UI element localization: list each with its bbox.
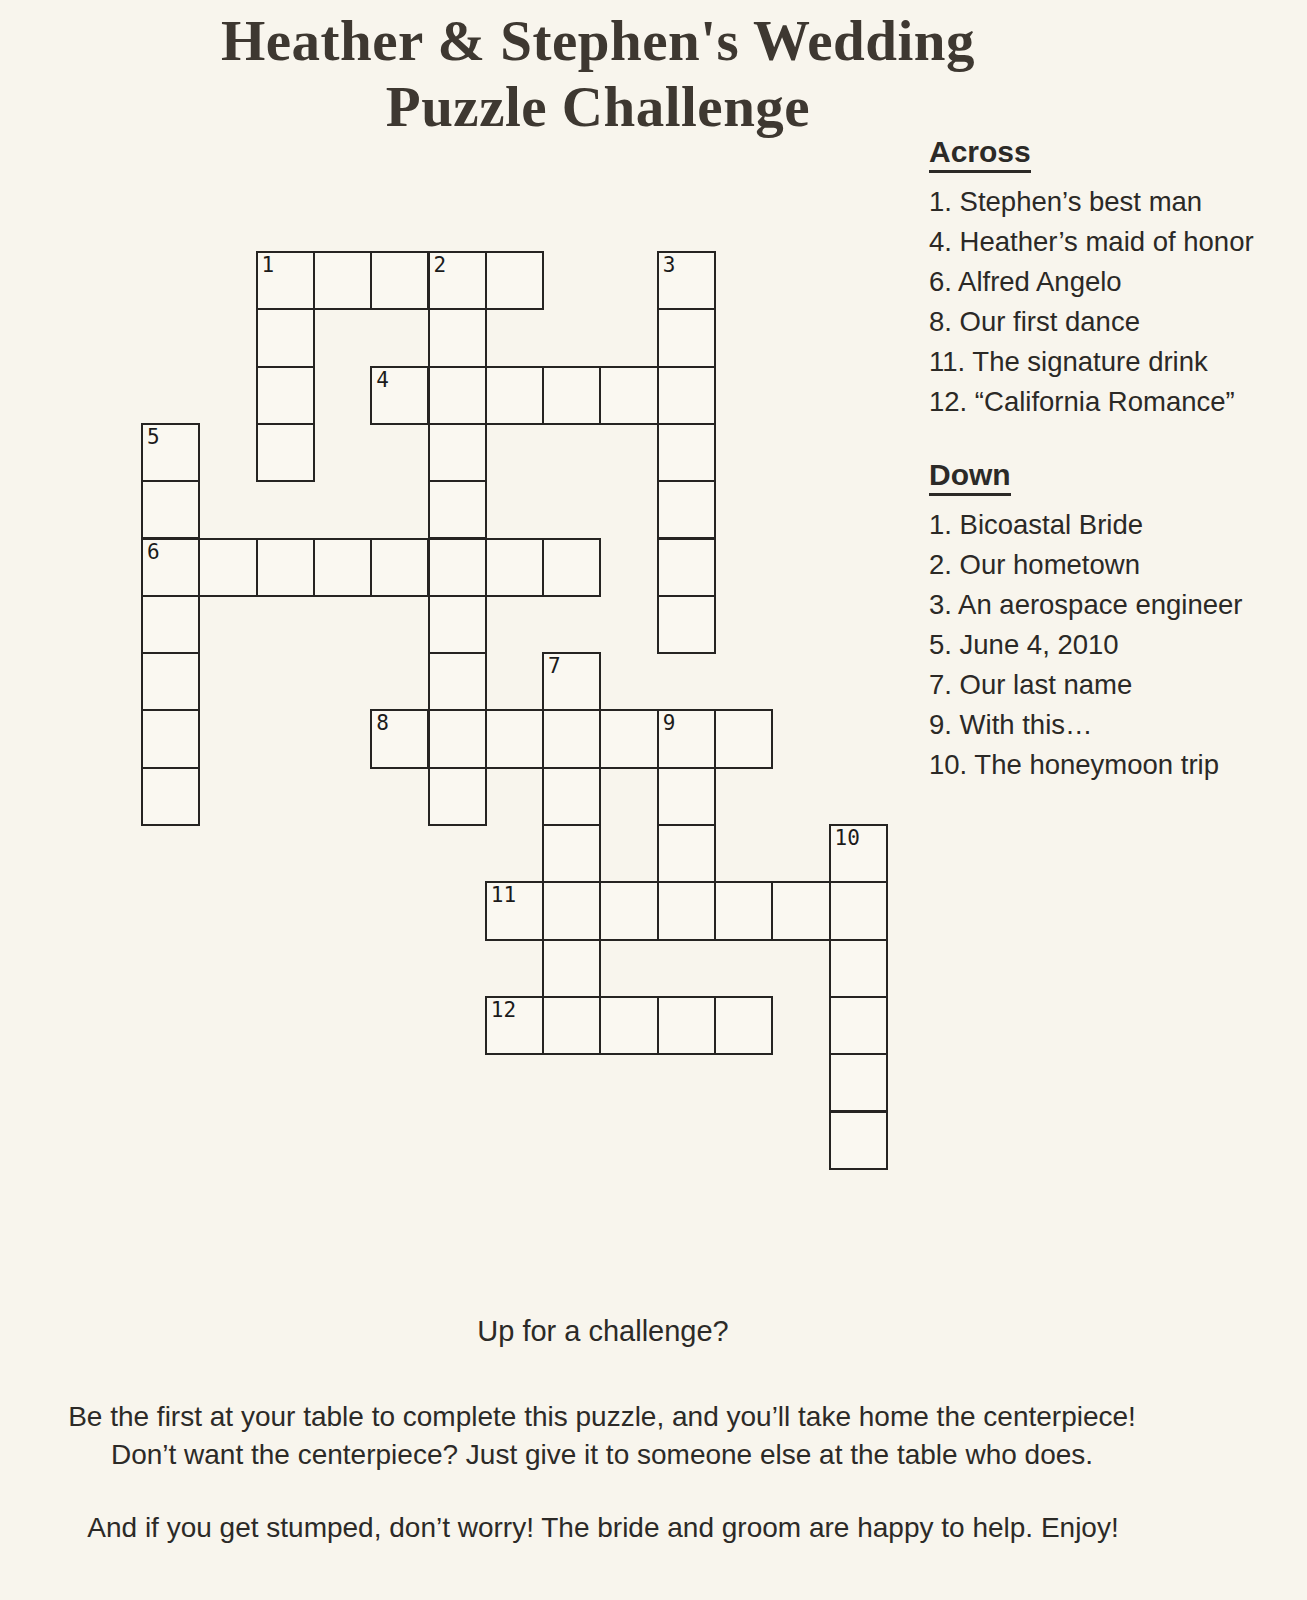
challenge-line: Up for a challenge? [0,1315,1206,1348]
grid-cell[interactable] [542,538,601,597]
grid-cell[interactable] [657,538,716,597]
grid-cell[interactable] [771,881,830,940]
grid-cell[interactable] [542,824,601,883]
grid-cell[interactable] [657,366,716,425]
grid-cell[interactable] [198,538,257,597]
footer-para1-line1: Be the first at your table to complete t… [0,1398,1204,1436]
grid-cell[interactable] [370,251,429,310]
grid-cell[interactable]: 7 [542,652,601,711]
cell-number: 7 [548,655,561,678]
grid-cell[interactable] [829,1053,888,1112]
cell-number: 4 [376,369,389,392]
grid-cell[interactable]: 5 [141,423,200,482]
cell-number: 6 [147,541,160,564]
grid-cell[interactable] [829,996,888,1055]
title-line-2: Puzzle Challenge [0,74,1196,140]
grid-cell[interactable] [141,480,200,539]
clue-item: 6. Alfred Angelo [929,262,1307,302]
down-clue-list: 1. Bicoastal Bride2. Our hometown3. An a… [929,505,1307,785]
grid-cell[interactable] [542,709,601,768]
grid-cell[interactable] [657,595,716,654]
grid-cell[interactable]: 3 [657,251,716,310]
cell-number: 8 [376,712,389,735]
across-clue-list: 1. Stephen’s best man4. Heather’s maid o… [929,182,1307,422]
grid-cell[interactable] [657,308,716,367]
cell-number: 2 [434,254,447,277]
grid-cell[interactable] [428,308,487,367]
clue-item: 2. Our hometown [929,545,1307,585]
grid-cell[interactable] [714,881,773,940]
clue-item: 1. Stephen’s best man [929,182,1307,222]
grid-cell[interactable] [485,709,544,768]
grid-cell[interactable]: 1 [256,251,315,310]
grid-cell[interactable] [428,423,487,482]
footer-para1-line2: Don’t want the centerpiece? Just give it… [0,1436,1204,1474]
grid-cell[interactable] [256,538,315,597]
grid-cell[interactable] [256,308,315,367]
page: { "game": "crossword", "title": { "line1… [0,0,1307,1600]
grid-cell[interactable] [714,996,773,1055]
grid-cell[interactable] [657,824,716,883]
grid-cell[interactable] [542,939,601,998]
grid-cell[interactable] [829,939,888,998]
grid-cell[interactable] [485,251,544,310]
grid-cell[interactable]: 4 [370,366,429,425]
grid-cell[interactable] [599,366,658,425]
grid-cell[interactable] [428,709,487,768]
grid-cell[interactable] [657,480,716,539]
grid-cell[interactable] [428,595,487,654]
grid-cell[interactable] [141,595,200,654]
grid-cell[interactable] [714,709,773,768]
grid-cell[interactable] [657,767,716,826]
grid-cell[interactable] [428,366,487,425]
grid-cell[interactable] [428,538,487,597]
down-heading: Down [929,458,1011,496]
cell-number: 3 [663,254,676,277]
grid-cell[interactable]: 9 [657,709,716,768]
cell-number: 10 [835,827,860,850]
cell-number: 1 [262,254,275,277]
cell-number: 9 [663,712,676,735]
grid-cell[interactable] [141,709,200,768]
page-title: Heather & Stephen's Wedding Puzzle Chall… [0,8,1196,140]
grid-cell[interactable]: 12 [485,996,544,1055]
footer-paragraph-2: And if you get stumped, don’t worry! The… [0,1512,1206,1544]
grid-cell[interactable]: 10 [829,824,888,883]
grid-cell[interactable] [542,767,601,826]
grid-cell[interactable]: 2 [428,251,487,310]
grid-cell[interactable] [599,709,658,768]
down-clues-panel: Down 1. Bicoastal Bride2. Our hometown3.… [929,458,1307,785]
clue-item: 10. The honeymoon trip [929,745,1307,785]
grid-cell[interactable] [657,996,716,1055]
clue-item: 4. Heather’s maid of honor [929,222,1307,262]
grid-cell[interactable] [256,423,315,482]
grid-cell[interactable]: 8 [370,709,429,768]
cell-number: 5 [147,426,160,449]
clue-item: 7. Our last name [929,665,1307,705]
grid-cell[interactable] [141,767,200,826]
grid-cell[interactable] [542,996,601,1055]
grid-cell[interactable] [599,881,658,940]
across-heading: Across [929,135,1031,173]
grid-cell[interactable] [370,538,429,597]
footer-paragraph-1: Be the first at your table to complete t… [0,1398,1204,1474]
grid-cell[interactable] [829,1111,888,1170]
grid-cell[interactable] [657,881,716,940]
grid-cell[interactable] [313,251,372,310]
clue-item: 9. With this… [929,705,1307,745]
crossword-board: 123456789101112 [142,252,887,1169]
clue-item: 12. “California Romance” [929,382,1307,422]
clue-item: 1. Bicoastal Bride [929,505,1307,545]
grid-cell[interactable]: 11 [485,881,544,940]
cell-number: 11 [491,884,516,907]
clue-item: 8. Our first dance [929,302,1307,342]
grid-cell[interactable] [485,366,544,425]
clue-item: 3. An aerospace engineer [929,585,1307,625]
across-clues-panel: Across 1. Stephen’s best man4. Heather’s… [929,135,1307,422]
grid-cell[interactable] [542,366,601,425]
grid-cell[interactable] [428,480,487,539]
grid-cell[interactable]: 6 [141,538,200,597]
grid-cell[interactable] [657,423,716,482]
grid-cell[interactable] [313,538,372,597]
grid-cell[interactable] [428,652,487,711]
grid-cell[interactable] [141,652,200,711]
grid-cell[interactable] [599,996,658,1055]
grid-cell[interactable] [542,881,601,940]
grid-cell[interactable] [428,767,487,826]
cell-number: 12 [491,999,516,1022]
clue-item: 11. The signature drink [929,342,1307,382]
grid-cell[interactable] [829,881,888,940]
clue-item: 5. June 4, 2010 [929,625,1307,665]
grid-cell[interactable] [256,366,315,425]
grid-cell[interactable] [485,538,544,597]
title-line-1: Heather & Stephen's Wedding [0,8,1196,74]
